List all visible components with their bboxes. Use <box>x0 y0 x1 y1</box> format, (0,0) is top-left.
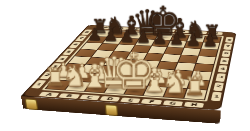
square-g6[interactable] <box>182 48 201 55</box>
square-f6[interactable] <box>165 47 184 54</box>
rank-label-7: 7 <box>223 43 232 49</box>
file-label-e: E <box>120 97 141 103</box>
rank-label-8: 8 <box>225 37 234 43</box>
piece-black-pawn[interactable]: ♟ <box>202 33 217 48</box>
piece-black-pawn[interactable]: ♟ <box>104 28 119 43</box>
rank-label-2: 2 <box>213 82 224 91</box>
square-h7[interactable]: ♟ <box>202 42 220 49</box>
square-f7[interactable]: ♟ <box>168 41 186 48</box>
piece-white-rook[interactable]: ♜ <box>183 75 206 98</box>
rank-label-6: 6 <box>222 50 231 57</box>
chess-board[interactable]: ABCDEFGH ABCDEFGH 87654321 87654321 ♜♞♝♛… <box>21 25 236 111</box>
rank-label-1: 1 <box>211 92 222 102</box>
file-label-a: A <box>38 92 59 98</box>
piece-black-pawn[interactable]: ♟ <box>169 31 184 46</box>
brass-hinge-icon <box>25 98 39 110</box>
rank-label-3: 3 <box>216 73 226 81</box>
square-h5[interactable] <box>197 56 216 64</box>
piece-black-pawn[interactable]: ♟ <box>88 27 103 42</box>
square-h1[interactable]: ♜ <box>185 89 207 100</box>
file-label-f: F <box>141 99 162 105</box>
playfield: ♜♞♝♛♚♝♞♜♟♟♟♟♟♟♟♟♟♟♟♟♟♟♟♟♜♞♝♛♚♝♞♜ <box>42 29 224 101</box>
brass-clasp-icon <box>105 104 118 116</box>
squares-grid: ♜♞♝♛♚♝♞♜♟♟♟♟♟♟♟♟♟♟♟♟♟♟♟♟♜♞♝♛♚♝♞♜ <box>45 30 222 100</box>
rank-label-5: 5 <box>220 57 230 64</box>
photo-stage: ABCDEFGH ABCDEFGH 87654321 87654321 ♜♞♝♛… <box>0 0 250 131</box>
square-h6[interactable] <box>199 49 217 57</box>
rank-label-4: 4 <box>218 65 228 73</box>
piece-black-pawn[interactable]: ♟ <box>185 32 200 47</box>
square-g7[interactable]: ♟ <box>185 41 203 48</box>
scene: ABCDEFGH ABCDEFGH 87654321 87654321 ♜♞♝♛… <box>0 0 250 131</box>
